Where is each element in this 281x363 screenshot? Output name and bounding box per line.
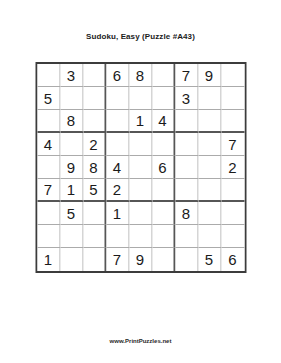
footer-site-url: www.PrintPuzzles.net	[0, 338, 281, 344]
cell-r6c5-empty	[129, 179, 152, 202]
cell-r5c3-given: 8	[83, 156, 106, 179]
cell-r5c2-given: 9	[60, 156, 83, 179]
cell-r2c7-given: 3	[175, 87, 198, 110]
cell-r2c3-empty	[83, 87, 106, 110]
cell-r7c1-empty	[37, 202, 60, 225]
sudoku-print-page: { "game": "sudoku", "position": ".3.68.7…	[0, 0, 281, 363]
cell-r4c6-empty	[152, 133, 175, 156]
cell-r9c3-empty	[83, 248, 106, 271]
cell-r2c9-empty	[221, 87, 244, 110]
cell-r2c8-empty	[198, 87, 221, 110]
cell-r6c2-given: 1	[60, 179, 83, 202]
cell-r2c4-empty	[106, 87, 129, 110]
cell-r9c4-given: 7	[106, 248, 129, 271]
cell-r8c7-empty	[175, 225, 198, 248]
cell-r8c1-empty	[37, 225, 60, 248]
cell-r2c2-empty	[60, 87, 83, 110]
cell-r5c5-empty	[129, 156, 152, 179]
cell-r6c4-given: 2	[106, 179, 129, 202]
cell-r4c4-empty	[106, 133, 129, 156]
cell-r3c1-empty	[37, 110, 60, 133]
cell-r7c3-empty	[83, 202, 106, 225]
cell-r1c8-given: 9	[198, 64, 221, 87]
cell-r1c5-given: 8	[129, 64, 152, 87]
cell-r5c6-given: 6	[152, 156, 175, 179]
cell-r6c7-empty	[175, 179, 198, 202]
cell-r8c5-empty	[129, 225, 152, 248]
cell-r4c1-given: 4	[37, 133, 60, 156]
cell-r6c1-given: 7	[37, 179, 60, 202]
cell-r5c9-given: 2	[221, 156, 244, 179]
cell-r4c2-empty	[60, 133, 83, 156]
cell-r9c8-given: 5	[198, 248, 221, 271]
cell-r3c7-empty	[175, 110, 198, 133]
cell-r5c8-empty	[198, 156, 221, 179]
cell-r3c9-empty	[221, 110, 244, 133]
cell-r4c7-empty	[175, 133, 198, 156]
cell-r3c3-empty	[83, 110, 106, 133]
cell-r3c4-empty	[106, 110, 129, 133]
cell-r6c8-empty	[198, 179, 221, 202]
cell-r7c9-empty	[221, 202, 244, 225]
sudoku-board: 368795381442798462715251817956	[35, 62, 246, 273]
cell-r1c6-empty	[152, 64, 175, 87]
cell-r9c1-given: 1	[37, 248, 60, 271]
cell-r3c2-given: 8	[60, 110, 83, 133]
cell-r1c1-empty	[37, 64, 60, 87]
cell-r9c2-empty	[60, 248, 83, 271]
cell-r8c8-empty	[198, 225, 221, 248]
cell-r2c5-empty	[129, 87, 152, 110]
cell-r3c5-given: 1	[129, 110, 152, 133]
cell-r5c4-given: 4	[106, 156, 129, 179]
cell-r3c6-given: 4	[152, 110, 175, 133]
cell-r8c4-empty	[106, 225, 129, 248]
cell-r3c8-empty	[198, 110, 221, 133]
cell-r8c6-empty	[152, 225, 175, 248]
page-title: Sudoku, Easy (Puzzle #A43)	[0, 32, 281, 41]
cell-r7c8-empty	[198, 202, 221, 225]
cell-r1c2-given: 3	[60, 64, 83, 87]
cell-r4c3-given: 2	[83, 133, 106, 156]
cell-r5c7-empty	[175, 156, 198, 179]
cell-r7c5-empty	[129, 202, 152, 225]
cell-r1c3-empty	[83, 64, 106, 87]
cell-r4c9-given: 7	[221, 133, 244, 156]
cell-r4c5-empty	[129, 133, 152, 156]
cell-r9c9-given: 6	[221, 248, 244, 271]
cell-r1c9-empty	[221, 64, 244, 87]
cell-r1c7-given: 7	[175, 64, 198, 87]
cell-r8c9-empty	[221, 225, 244, 248]
cell-r6c9-empty	[221, 179, 244, 202]
cell-r1c4-given: 6	[106, 64, 129, 87]
cell-r8c3-empty	[83, 225, 106, 248]
cell-r7c6-empty	[152, 202, 175, 225]
cell-r7c4-given: 1	[106, 202, 129, 225]
cell-r6c6-empty	[152, 179, 175, 202]
cell-r2c1-given: 5	[37, 87, 60, 110]
cell-r4c8-empty	[198, 133, 221, 156]
cell-r8c2-empty	[60, 225, 83, 248]
cell-r9c6-empty	[152, 248, 175, 271]
cell-r6c3-given: 5	[83, 179, 106, 202]
cell-r7c7-given: 8	[175, 202, 198, 225]
cell-r9c5-given: 9	[129, 248, 152, 271]
cell-r7c2-given: 5	[60, 202, 83, 225]
cell-r2c6-empty	[152, 87, 175, 110]
cell-r9c7-empty	[175, 248, 198, 271]
cell-r5c1-empty	[37, 156, 60, 179]
